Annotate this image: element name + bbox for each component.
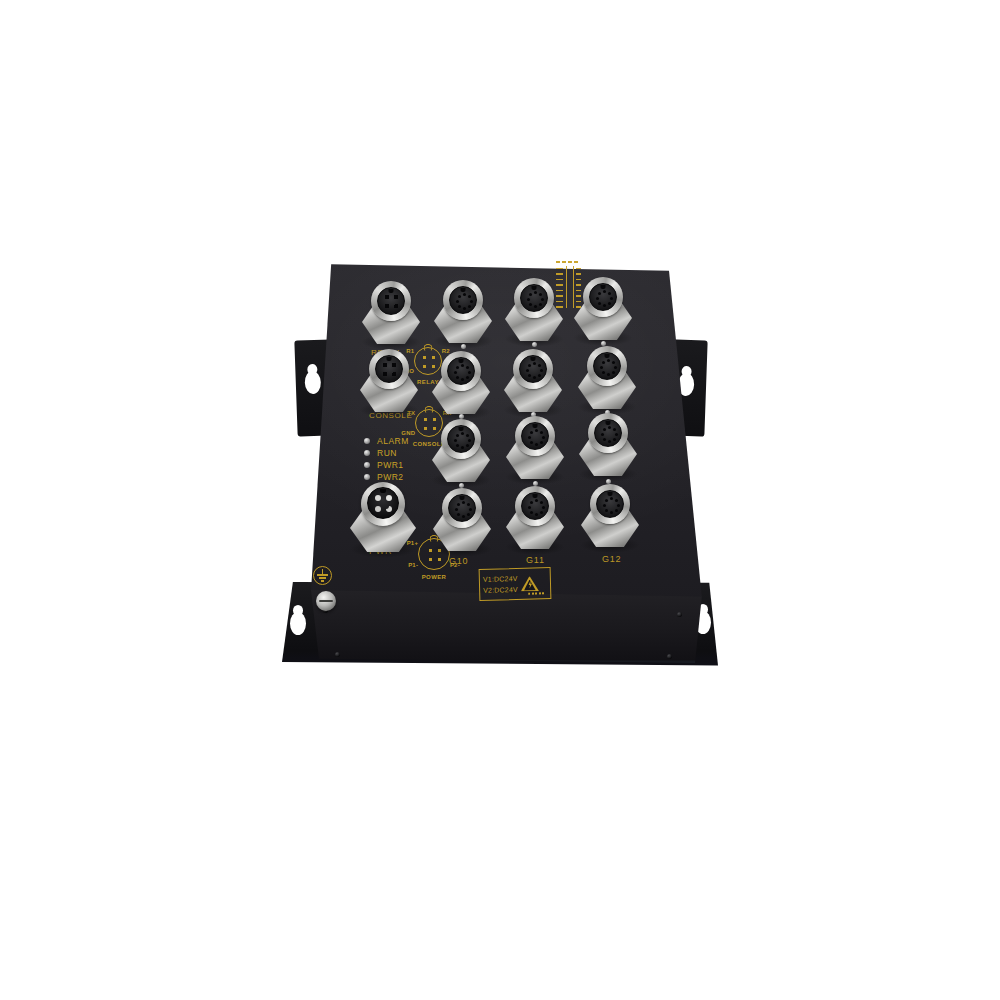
m12-ethernet-port (576, 410, 640, 484)
m12-ethernet-port (429, 416, 493, 490)
earth-ground-icon (313, 566, 332, 585)
product-photo: RELAY R1 R2 NO NC RELAY CONSOLE TX RX GN… (0, 0, 1000, 1000)
status-led-row: ALARM (364, 436, 409, 446)
case-screw (677, 612, 682, 617)
case-screw (667, 654, 672, 659)
m12-ethernet-port (430, 485, 494, 559)
voltage-lines: V1:DC24V V2:DC24V (483, 573, 518, 595)
m12-relay-connector (359, 278, 423, 352)
voltage-line-2: V2:DC24V (483, 584, 518, 595)
m12-console-connector (357, 346, 421, 420)
hazard-fine-print (528, 592, 544, 594)
run-led-label: RUN (377, 448, 397, 458)
port-label-g12: G12 (602, 554, 621, 564)
m12-ethernet-port (575, 343, 639, 417)
m12-ethernet-port (571, 274, 635, 348)
m12-ethernet-port (429, 348, 493, 422)
m12-ethernet-port (503, 483, 567, 557)
power-pinout-caption: POWER (422, 574, 447, 580)
electric-hazard-icon (520, 576, 538, 591)
status-led-row: PWR1 (364, 460, 404, 470)
alarm-led-label: ALARM (377, 436, 409, 446)
voltage-line-1: V1:DC24V (483, 573, 518, 584)
m12-ethernet-port (431, 277, 495, 351)
status-led-row: RUN (364, 448, 397, 458)
run-led (364, 450, 370, 456)
m12-ethernet-port (502, 275, 566, 349)
grounding-screw (316, 591, 336, 611)
m12-power-connector (347, 476, 419, 560)
voltage-rating-box: V1:DC24V V2:DC24V (479, 567, 552, 601)
mounting-keyhole (303, 364, 322, 397)
mounting-keyhole (289, 605, 307, 637)
case-screw (335, 652, 340, 657)
pwr1-led (364, 462, 370, 468)
m12-ethernet-port (501, 346, 565, 420)
alarm-led (364, 438, 370, 444)
m12-ethernet-port (578, 481, 642, 555)
m12-ethernet-port (503, 413, 567, 487)
power-pin-label: P1- (408, 562, 418, 568)
pwr1-led-label: PWR1 (377, 460, 404, 470)
